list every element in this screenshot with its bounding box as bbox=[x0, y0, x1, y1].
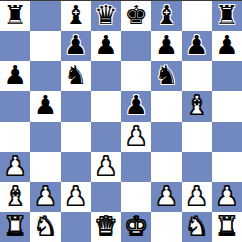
square-c1[interactable] bbox=[61, 212, 91, 242]
square-c3[interactable] bbox=[61, 152, 91, 182]
piece-black-king: ♚ bbox=[124, 2, 147, 28]
piece-black-bishop: ♝ bbox=[155, 2, 178, 28]
square-d3[interactable]: ♟ bbox=[91, 152, 121, 182]
square-f7[interactable]: ♟ bbox=[151, 31, 181, 61]
square-h1[interactable]: ♜ bbox=[212, 212, 242, 242]
square-b1[interactable]: ♞ bbox=[30, 212, 60, 242]
square-a3[interactable]: ♟ bbox=[0, 152, 30, 182]
square-d7[interactable]: ♟ bbox=[91, 31, 121, 61]
square-a4[interactable] bbox=[0, 122, 30, 152]
square-f6[interactable]: ♞ bbox=[151, 61, 181, 91]
piece-white-pawn: ♟ bbox=[185, 183, 208, 209]
square-f3[interactable] bbox=[151, 152, 181, 182]
square-f8[interactable]: ♝ bbox=[151, 1, 181, 31]
square-e5[interactable]: ♟ bbox=[121, 91, 151, 121]
piece-white-knight: ♞ bbox=[34, 213, 57, 239]
square-d6[interactable] bbox=[91, 61, 121, 91]
piece-white-rook: ♜ bbox=[215, 213, 238, 239]
piece-white-pawn: ♟ bbox=[3, 153, 26, 179]
square-h2[interactable]: ♟ bbox=[212, 182, 242, 212]
piece-white-pawn: ♟ bbox=[124, 123, 147, 149]
square-f5[interactable] bbox=[151, 91, 181, 121]
piece-white-knight: ♞ bbox=[185, 213, 208, 239]
square-b4[interactable] bbox=[30, 122, 60, 152]
square-f1[interactable] bbox=[151, 212, 181, 242]
square-e2[interactable] bbox=[121, 182, 151, 212]
piece-white-king: ♚ bbox=[124, 213, 147, 239]
square-g7[interactable]: ♟ bbox=[182, 31, 212, 61]
piece-white-pawn: ♟ bbox=[94, 153, 117, 179]
square-g2[interactable]: ♟ bbox=[182, 182, 212, 212]
square-b5[interactable]: ♟ bbox=[30, 91, 60, 121]
square-d1[interactable]: ♛ bbox=[91, 212, 121, 242]
square-f4[interactable] bbox=[151, 122, 181, 152]
square-e3[interactable] bbox=[121, 152, 151, 182]
piece-white-rook: ♜ bbox=[3, 213, 26, 239]
piece-black-bishop: ♝ bbox=[64, 2, 87, 28]
square-g1[interactable]: ♞ bbox=[182, 212, 212, 242]
square-e6[interactable] bbox=[121, 61, 151, 91]
square-d4[interactable] bbox=[91, 122, 121, 152]
square-e1[interactable]: ♚ bbox=[121, 212, 151, 242]
square-f2[interactable]: ♟ bbox=[151, 182, 181, 212]
square-g8[interactable] bbox=[182, 1, 212, 31]
square-b3[interactable] bbox=[30, 152, 60, 182]
square-a2[interactable]: ♝ bbox=[0, 182, 30, 212]
piece-black-rook: ♜ bbox=[3, 2, 26, 28]
square-g3[interactable] bbox=[182, 152, 212, 182]
square-b6[interactable] bbox=[30, 61, 60, 91]
square-b2[interactable]: ♟ bbox=[30, 182, 60, 212]
piece-black-knight: ♞ bbox=[64, 62, 87, 88]
piece-black-pawn: ♟ bbox=[3, 62, 26, 88]
square-h5[interactable] bbox=[212, 91, 242, 121]
piece-white-pawn: ♟ bbox=[215, 183, 238, 209]
square-d2[interactable] bbox=[91, 182, 121, 212]
piece-white-bishop: ♝ bbox=[185, 92, 208, 118]
square-a7[interactable] bbox=[0, 31, 30, 61]
piece-black-pawn: ♟ bbox=[64, 32, 87, 58]
chess-board: ♜♝♛♚♝♜♟♟♟♟♟♟♞♞♟♟♝♟♟♟♝♟♟♟♟♟♜♞♛♚♞♜ bbox=[0, 0, 242, 242]
piece-white-queen: ♛ bbox=[94, 213, 117, 239]
square-h6[interactable] bbox=[212, 61, 242, 91]
piece-black-pawn: ♟ bbox=[185, 32, 208, 58]
square-e4[interactable]: ♟ bbox=[121, 122, 151, 152]
square-a6[interactable]: ♟ bbox=[0, 61, 30, 91]
square-g4[interactable] bbox=[182, 122, 212, 152]
piece-white-bishop: ♝ bbox=[3, 183, 26, 209]
square-d8[interactable]: ♛ bbox=[91, 1, 121, 31]
piece-white-pawn: ♟ bbox=[64, 183, 87, 209]
piece-white-pawn: ♟ bbox=[34, 183, 57, 209]
piece-black-pawn: ♟ bbox=[155, 32, 178, 58]
square-c4[interactable] bbox=[61, 122, 91, 152]
square-h4[interactable] bbox=[212, 122, 242, 152]
square-g5[interactable]: ♝ bbox=[182, 91, 212, 121]
square-g6[interactable] bbox=[182, 61, 212, 91]
square-c8[interactable]: ♝ bbox=[61, 1, 91, 31]
square-d5[interactable] bbox=[91, 91, 121, 121]
square-c6[interactable]: ♞ bbox=[61, 61, 91, 91]
square-c2[interactable]: ♟ bbox=[61, 182, 91, 212]
piece-black-rook: ♜ bbox=[215, 2, 238, 28]
square-h8[interactable]: ♜ bbox=[212, 1, 242, 31]
square-c7[interactable]: ♟ bbox=[61, 31, 91, 61]
square-b7[interactable] bbox=[30, 31, 60, 61]
square-c5[interactable] bbox=[61, 91, 91, 121]
piece-black-pawn: ♟ bbox=[215, 32, 238, 58]
square-a5[interactable] bbox=[0, 91, 30, 121]
piece-black-pawn: ♟ bbox=[124, 92, 147, 118]
piece-black-pawn: ♟ bbox=[94, 32, 117, 58]
square-h7[interactable]: ♟ bbox=[212, 31, 242, 61]
piece-black-pawn: ♟ bbox=[34, 92, 57, 118]
square-e7[interactable] bbox=[121, 31, 151, 61]
square-h3[interactable] bbox=[212, 152, 242, 182]
piece-black-knight: ♞ bbox=[155, 62, 178, 88]
piece-white-pawn: ♟ bbox=[155, 183, 178, 209]
square-a8[interactable]: ♜ bbox=[0, 1, 30, 31]
square-b8[interactable] bbox=[30, 1, 60, 31]
piece-black-queen: ♛ bbox=[94, 2, 117, 28]
square-e8[interactable]: ♚ bbox=[121, 1, 151, 31]
square-a1[interactable]: ♜ bbox=[0, 212, 30, 242]
